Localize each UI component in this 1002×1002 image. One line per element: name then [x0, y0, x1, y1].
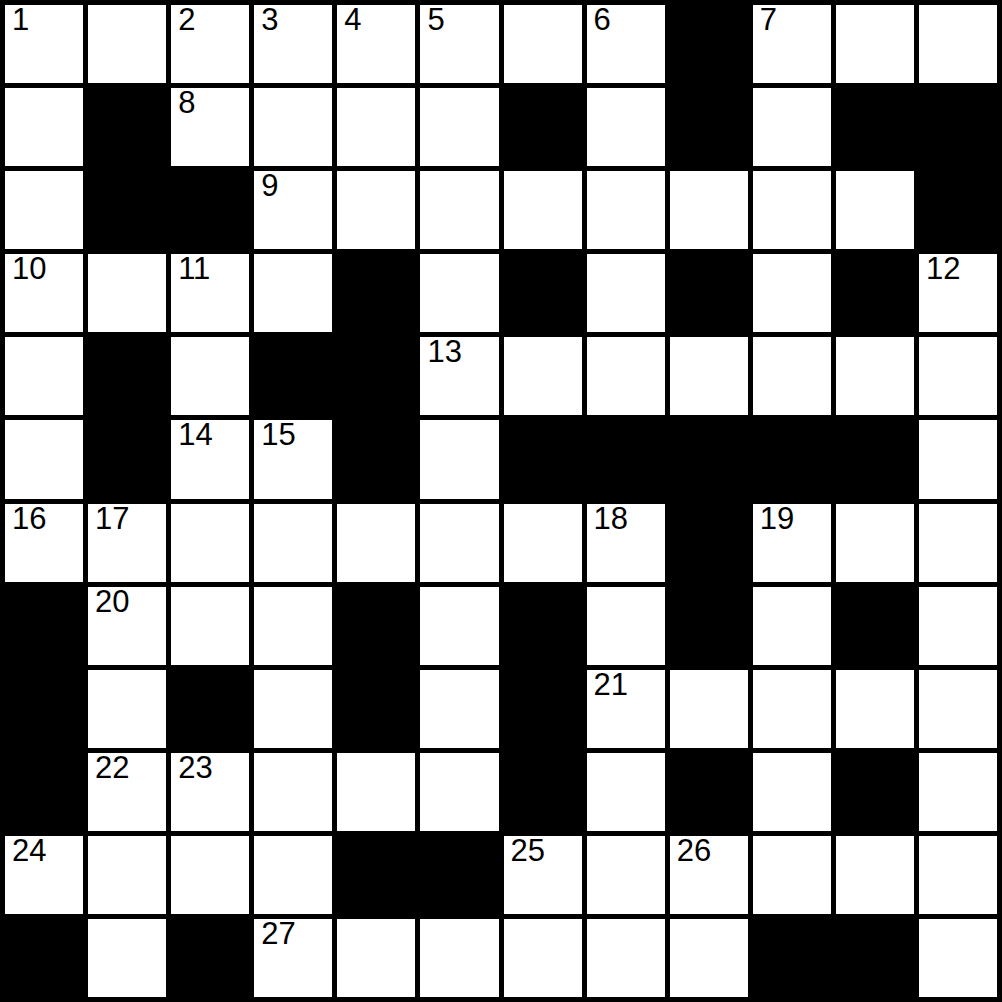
white-cell-r11c9[interactable]: 26	[670, 836, 748, 914]
white-cell-r2c4[interactable]	[254, 88, 332, 166]
white-cell-r3c11[interactable]	[836, 171, 914, 249]
clue-number-22: 22	[95, 751, 129, 785]
white-cell-r2c6[interactable]	[420, 88, 498, 166]
white-cell-r10c5[interactable]	[337, 753, 415, 831]
black-cell-r9c7	[504, 670, 582, 748]
black-cell-r12c11	[836, 919, 914, 997]
white-cell-r9c6[interactable]	[420, 670, 498, 748]
white-cell-r12c2[interactable]	[88, 919, 166, 997]
white-cell-r11c4[interactable]	[254, 836, 332, 914]
white-cell-r1c6[interactable]: 5	[420, 5, 498, 83]
white-cell-r1c7[interactable]	[504, 5, 582, 83]
white-cell-r6c6[interactable]	[420, 420, 498, 498]
white-cell-r3c9[interactable]	[670, 171, 748, 249]
clue-number-12: 12	[926, 252, 960, 286]
white-cell-r5c3[interactable]	[171, 337, 249, 415]
white-cell-r5c10[interactable]	[753, 337, 831, 415]
clue-number-7: 7	[760, 3, 777, 37]
clue-number-8: 8	[178, 86, 195, 120]
white-cell-r2c5[interactable]	[337, 88, 415, 166]
black-cell-r12c3	[171, 919, 249, 997]
black-cell-r3c12	[919, 171, 997, 249]
white-cell-r8c8[interactable]	[587, 587, 665, 665]
black-cell-r9c3	[171, 670, 249, 748]
white-cell-r9c12[interactable]	[919, 670, 997, 748]
black-cell-r2c12	[919, 88, 997, 166]
white-cell-r10c3[interactable]: 23	[171, 753, 249, 831]
white-cell-r5c6[interactable]: 13	[420, 337, 498, 415]
clue-number-5: 5	[427, 3, 444, 37]
black-cell-r11c5	[337, 836, 415, 914]
white-cell-r5c8[interactable]	[587, 337, 665, 415]
black-cell-r6c2	[88, 420, 166, 498]
white-cell-r7c5[interactable]	[337, 504, 415, 582]
clue-number-26: 26	[677, 834, 711, 868]
black-cell-r2c9	[670, 88, 748, 166]
black-cell-r12c1	[5, 919, 83, 997]
white-cell-r5c9[interactable]	[670, 337, 748, 415]
white-cell-r9c4[interactable]	[254, 670, 332, 748]
white-cell-r3c7[interactable]	[504, 171, 582, 249]
white-cell-r10c4[interactable]	[254, 753, 332, 831]
black-cell-r8c11	[836, 587, 914, 665]
white-cell-r7c11[interactable]	[836, 504, 914, 582]
white-cell-r8c2[interactable]: 20	[88, 587, 166, 665]
white-cell-r1c8[interactable]: 6	[587, 5, 665, 83]
white-cell-r12c7[interactable]	[504, 919, 582, 997]
black-cell-r5c4	[254, 337, 332, 415]
white-cell-r1c12[interactable]	[919, 5, 997, 83]
white-cell-r6c4[interactable]: 15	[254, 420, 332, 498]
black-cell-r6c7	[504, 420, 582, 498]
black-cell-r2c2	[88, 88, 166, 166]
white-cell-r12c4[interactable]: 27	[254, 919, 332, 997]
white-cell-r12c6[interactable]	[420, 919, 498, 997]
white-cell-r2c10[interactable]	[753, 88, 831, 166]
clue-number-14: 14	[178, 418, 212, 452]
white-cell-r9c11[interactable]	[836, 670, 914, 748]
black-cell-r6c8	[587, 420, 665, 498]
white-cell-r11c12[interactable]	[919, 836, 997, 914]
black-cell-r4c7	[504, 254, 582, 332]
white-cell-r12c12[interactable]	[919, 919, 997, 997]
clue-number-19: 19	[760, 502, 794, 536]
white-cell-r8c10[interactable]	[753, 587, 831, 665]
white-cell-r7c1[interactable]: 16	[5, 504, 83, 582]
white-cell-r8c6[interactable]	[420, 587, 498, 665]
white-cell-r6c3[interactable]: 14	[171, 420, 249, 498]
black-cell-r10c11	[836, 753, 914, 831]
white-cell-r8c12[interactable]	[919, 587, 997, 665]
white-cell-r10c8[interactable]	[587, 753, 665, 831]
white-cell-r4c10[interactable]	[753, 254, 831, 332]
white-cell-r1c3[interactable]: 2	[171, 5, 249, 83]
black-cell-r9c1	[5, 670, 83, 748]
white-cell-r9c10[interactable]	[753, 670, 831, 748]
white-cell-r7c8[interactable]: 18	[587, 504, 665, 582]
clue-number-6: 6	[594, 3, 611, 37]
white-cell-r11c7[interactable]: 25	[504, 836, 582, 914]
clue-number-18: 18	[594, 502, 628, 536]
black-cell-r2c11	[836, 88, 914, 166]
clue-number-21: 21	[594, 668, 628, 702]
clue-number-24: 24	[12, 834, 46, 868]
clue-number-17: 17	[95, 502, 129, 536]
white-cell-r1c2[interactable]	[88, 5, 166, 83]
white-cell-r3c6[interactable]	[420, 171, 498, 249]
white-cell-r9c8[interactable]: 21	[587, 670, 665, 748]
clue-number-13: 13	[427, 335, 461, 369]
white-cell-r12c8[interactable]	[587, 919, 665, 997]
white-cell-r7c2[interactable]: 17	[88, 504, 166, 582]
white-cell-r4c6[interactable]	[420, 254, 498, 332]
crossword-board: 1234567891011121314151617181920212223242…	[0, 0, 1002, 1002]
white-cell-r1c1[interactable]: 1	[5, 5, 83, 83]
white-cell-r2c1[interactable]	[5, 88, 83, 166]
black-cell-r4c5	[337, 254, 415, 332]
clue-number-9: 9	[261, 169, 278, 203]
white-cell-r4c12[interactable]: 12	[919, 254, 997, 332]
white-cell-r4c4[interactable]	[254, 254, 332, 332]
white-cell-r11c1[interactable]: 24	[5, 836, 83, 914]
black-cell-r8c9	[670, 587, 748, 665]
white-cell-r3c5[interactable]	[337, 171, 415, 249]
white-cell-r1c4[interactable]: 3	[254, 5, 332, 83]
white-cell-r12c9[interactable]	[670, 919, 748, 997]
black-cell-r4c9	[670, 254, 748, 332]
white-cell-r4c2[interactable]	[88, 254, 166, 332]
white-cell-r9c2[interactable]	[88, 670, 166, 748]
clue-number-4: 4	[344, 3, 361, 37]
clue-number-3: 3	[261, 3, 278, 37]
white-cell-r6c1[interactable]	[5, 420, 83, 498]
black-cell-r12c10	[753, 919, 831, 997]
black-cell-r10c1	[5, 753, 83, 831]
clue-number-10: 10	[12, 252, 46, 286]
white-cell-r5c11[interactable]	[836, 337, 914, 415]
black-cell-r6c9	[670, 420, 748, 498]
white-cell-r7c7[interactable]	[504, 504, 582, 582]
white-cell-r8c3[interactable]	[171, 587, 249, 665]
white-cell-r3c8[interactable]	[587, 171, 665, 249]
white-cell-r7c10[interactable]: 19	[753, 504, 831, 582]
white-cell-r12c5[interactable]	[337, 919, 415, 997]
clue-number-1: 1	[12, 3, 29, 37]
white-cell-r8c4[interactable]	[254, 587, 332, 665]
white-cell-r3c4[interactable]: 9	[254, 171, 332, 249]
black-cell-r3c3	[171, 171, 249, 249]
white-cell-r10c2[interactable]: 22	[88, 753, 166, 831]
white-cell-r10c10[interactable]	[753, 753, 831, 831]
clue-number-20: 20	[95, 585, 129, 619]
black-cell-r6c5	[337, 420, 415, 498]
white-cell-r6c12[interactable]	[919, 420, 997, 498]
white-cell-r11c2[interactable]	[88, 836, 166, 914]
white-cell-r11c10[interactable]	[753, 836, 831, 914]
black-cell-r1c9	[670, 5, 748, 83]
black-cell-r11c6	[420, 836, 498, 914]
black-cell-r8c7	[504, 587, 582, 665]
white-cell-r11c3[interactable]	[171, 836, 249, 914]
black-cell-r6c11	[836, 420, 914, 498]
black-cell-r9c5	[337, 670, 415, 748]
white-cell-r1c11[interactable]	[836, 5, 914, 83]
clue-number-15: 15	[261, 418, 295, 452]
white-cell-r4c3[interactable]: 11	[171, 254, 249, 332]
black-cell-r6c10	[753, 420, 831, 498]
black-cell-r5c2	[88, 337, 166, 415]
white-cell-r3c10[interactable]	[753, 171, 831, 249]
clue-number-11: 11	[178, 252, 210, 286]
white-cell-r7c6[interactable]	[420, 504, 498, 582]
white-cell-r4c1[interactable]: 10	[5, 254, 83, 332]
white-cell-r1c10[interactable]: 7	[753, 5, 831, 83]
clue-number-23: 23	[178, 751, 212, 785]
black-cell-r10c9	[670, 753, 748, 831]
clue-number-2: 2	[178, 3, 195, 37]
black-cell-r2c7	[504, 88, 582, 166]
black-cell-r4c11	[836, 254, 914, 332]
white-cell-r7c3[interactable]	[171, 504, 249, 582]
white-cell-r7c12[interactable]	[919, 504, 997, 582]
white-cell-r5c1[interactable]	[5, 337, 83, 415]
black-cell-r10c7	[504, 753, 582, 831]
white-cell-r7c4[interactable]	[254, 504, 332, 582]
white-cell-r11c11[interactable]	[836, 836, 914, 914]
white-cell-r10c6[interactable]	[420, 753, 498, 831]
black-cell-r5c5	[337, 337, 415, 415]
black-cell-r8c5	[337, 587, 415, 665]
white-cell-r5c12[interactable]	[919, 337, 997, 415]
black-cell-r8c1	[5, 587, 83, 665]
clue-number-27: 27	[261, 917, 295, 951]
white-cell-r3c1[interactable]	[5, 171, 83, 249]
white-cell-r2c3[interactable]: 8	[171, 88, 249, 166]
clue-number-25: 25	[511, 834, 545, 868]
white-cell-r4c8[interactable]	[587, 254, 665, 332]
white-cell-r9c9[interactable]	[670, 670, 748, 748]
black-cell-r3c2	[88, 171, 166, 249]
white-cell-r11c8[interactable]	[587, 836, 665, 914]
white-cell-r10c12[interactable]	[919, 753, 997, 831]
white-cell-r2c8[interactable]	[587, 88, 665, 166]
white-cell-r5c7[interactable]	[504, 337, 582, 415]
black-cell-r7c9	[670, 504, 748, 582]
clue-number-16: 16	[12, 502, 46, 536]
white-cell-r1c5[interactable]: 4	[337, 5, 415, 83]
